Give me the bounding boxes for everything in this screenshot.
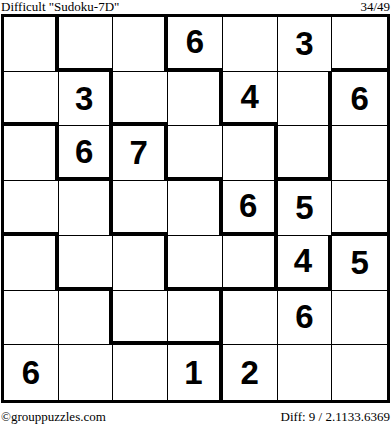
cell-r5c7: 5 xyxy=(332,236,387,291)
cell-r2c3[interactable] xyxy=(113,72,168,127)
cell-r2c1[interactable] xyxy=(4,72,59,127)
cell-r3c7[interactable] xyxy=(332,126,387,181)
cell-r6c4[interactable] xyxy=(168,291,223,346)
difficulty-rating: Diff: 9 / 2.1133.6369 xyxy=(281,410,390,424)
puzzle-counter: 34/49 xyxy=(360,0,390,13)
cell-r7c6[interactable] xyxy=(278,345,333,400)
cell-r5c2[interactable] xyxy=(59,236,114,291)
cell-r2c2: 3 xyxy=(59,72,114,127)
cell-r2c4[interactable] xyxy=(168,72,223,127)
cell-r1c2[interactable] xyxy=(59,17,114,72)
cell-r7c1: 6 xyxy=(4,345,59,400)
cell-r7c2[interactable] xyxy=(59,345,114,400)
cell-r1c6: 3 xyxy=(278,17,333,72)
cell-r6c6: 6 xyxy=(278,291,333,346)
cell-r3c2: 6 xyxy=(59,126,114,181)
footer: ©grouppuzzles.com Diff: 9 / 2.1133.6369 xyxy=(0,410,391,424)
cell-r4c6: 5 xyxy=(278,181,333,236)
cell-r1c4: 6 xyxy=(168,17,223,72)
cell-r1c3[interactable] xyxy=(113,17,168,72)
cell-r5c1[interactable] xyxy=(4,236,59,291)
cell-r6c3[interactable] xyxy=(113,291,168,346)
sudoku-board: 633466765456612 xyxy=(1,14,390,403)
puzzle-title: Difficult "Sudoku-7D" xyxy=(1,0,119,13)
cell-r3c1[interactable] xyxy=(4,126,59,181)
header: Difficult "Sudoku-7D" 34/49 xyxy=(0,0,391,14)
cell-r4c2[interactable] xyxy=(59,181,114,236)
cell-r6c1[interactable] xyxy=(4,291,59,346)
cell-r4c5: 6 xyxy=(223,181,278,236)
cell-r1c7[interactable] xyxy=(332,17,387,72)
cell-r4c1[interactable] xyxy=(4,181,59,236)
cell-r7c5: 2 xyxy=(223,345,278,400)
cell-r7c7[interactable] xyxy=(332,345,387,400)
cell-r6c7[interactable] xyxy=(332,291,387,346)
puzzle-sheet: Difficult "Sudoku-7D" 34/49 633466765456… xyxy=(0,0,391,426)
cell-r3c3: 7 xyxy=(113,126,168,181)
cell-r4c7[interactable] xyxy=(332,181,387,236)
cell-r5c3[interactable] xyxy=(113,236,168,291)
cell-r2c6[interactable] xyxy=(278,72,333,127)
cell-r5c4[interactable] xyxy=(168,236,223,291)
cell-r3c4[interactable] xyxy=(168,126,223,181)
cell-r4c4[interactable] xyxy=(168,181,223,236)
cell-r3c6[interactable] xyxy=(278,126,333,181)
cell-r3c5[interactable] xyxy=(223,126,278,181)
cell-r5c5[interactable] xyxy=(223,236,278,291)
cell-r4c3[interactable] xyxy=(113,181,168,236)
cell-r6c5[interactable] xyxy=(223,291,278,346)
cell-r2c7: 6 xyxy=(332,72,387,127)
cell-r1c5[interactable] xyxy=(223,17,278,72)
cell-r6c2[interactable] xyxy=(59,291,114,346)
cell-r1c1[interactable] xyxy=(4,17,59,72)
copyright: ©grouppuzzles.com xyxy=(1,410,106,424)
cell-r5c6: 4 xyxy=(278,236,333,291)
cell-r2c5: 4 xyxy=(223,72,278,127)
cell-r7c3[interactable] xyxy=(113,345,168,400)
cell-r7c4: 1 xyxy=(168,345,223,400)
